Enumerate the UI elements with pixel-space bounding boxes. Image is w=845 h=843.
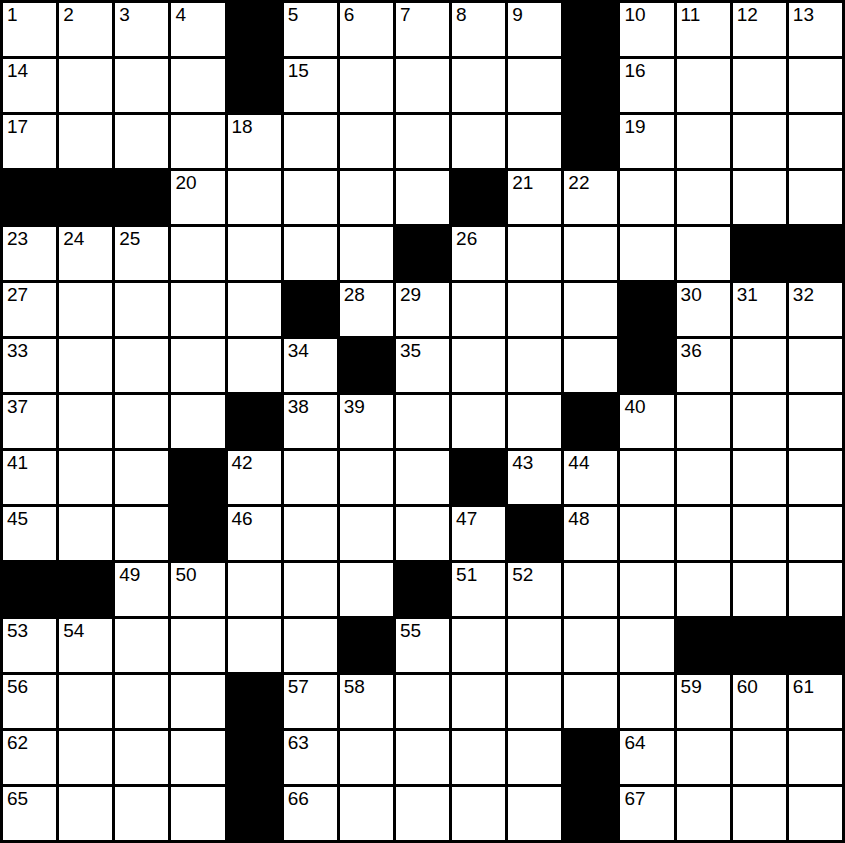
black-cell (396, 563, 449, 616)
grid-cell[interactable] (564, 283, 617, 336)
grid-cell[interactable] (733, 339, 786, 392)
grid-cell[interactable]: 51 (452, 563, 505, 616)
black-cell (171, 451, 224, 504)
clue-number: 41 (7, 452, 28, 474)
grid-cell[interactable] (452, 339, 505, 392)
black-cell (228, 3, 281, 56)
grid-cell[interactable] (396, 395, 449, 448)
grid-cell[interactable]: 62 (3, 731, 56, 784)
clue-number: 58 (344, 676, 365, 698)
grid-cell[interactable] (508, 115, 561, 168)
black-cell (620, 339, 673, 392)
grid-cell[interactable] (508, 283, 561, 336)
clue-number: 15 (288, 60, 309, 82)
grid-cell[interactable] (340, 115, 393, 168)
black-cell (228, 395, 281, 448)
grid-cell[interactable] (284, 563, 337, 616)
clue-number: 22 (568, 172, 589, 194)
grid-cell[interactable] (620, 619, 673, 672)
grid-cell[interactable] (115, 787, 168, 840)
grid-cell[interactable]: 64 (620, 731, 673, 784)
black-cell (396, 227, 449, 280)
grid-cell[interactable] (620, 451, 673, 504)
grid-cell[interactable]: 44 (564, 451, 617, 504)
clue-number: 13 (793, 4, 814, 26)
black-cell (3, 563, 56, 616)
grid-cell[interactable] (733, 507, 786, 560)
black-cell (171, 507, 224, 560)
black-cell (564, 731, 617, 784)
grid-cell[interactable]: 45 (3, 507, 56, 560)
clue-number: 38 (288, 396, 309, 418)
grid-cell[interactable]: 49 (115, 563, 168, 616)
clue-number: 4 (175, 4, 186, 26)
grid-cell[interactable]: 56 (3, 675, 56, 728)
grid-cell[interactable] (59, 507, 112, 560)
grid-cell[interactable] (789, 171, 842, 224)
grid-cell[interactable] (228, 227, 281, 280)
grid-cell[interactable] (620, 171, 673, 224)
grid-cell[interactable]: 52 (508, 563, 561, 616)
clue-number: 64 (624, 732, 645, 754)
grid-cell[interactable] (733, 59, 786, 112)
clue-number: 18 (232, 116, 253, 138)
clue-number: 33 (7, 340, 28, 362)
grid-cell[interactable] (789, 563, 842, 616)
black-cell (228, 675, 281, 728)
black-cell (340, 619, 393, 672)
grid-cell[interactable]: 65 (3, 787, 56, 840)
grid-cell[interactable]: 34 (284, 339, 337, 392)
black-cell (564, 395, 617, 448)
grid-cell[interactable]: 63 (284, 731, 337, 784)
grid-cell[interactable] (115, 115, 168, 168)
grid-cell[interactable]: 22 (564, 171, 617, 224)
grid-cell[interactable] (340, 731, 393, 784)
grid-cell[interactable]: 17 (3, 115, 56, 168)
clue-number: 14 (7, 60, 28, 82)
grid-cell[interactable] (564, 339, 617, 392)
grid-cell[interactable] (733, 563, 786, 616)
grid-cell[interactable]: 11 (677, 3, 730, 56)
grid-cell[interactable]: 54 (59, 619, 112, 672)
grid-cell[interactable] (396, 675, 449, 728)
grid-cell[interactable] (564, 619, 617, 672)
clue-number: 47 (456, 508, 477, 530)
grid-cell[interactable] (564, 227, 617, 280)
black-cell (59, 171, 112, 224)
black-cell (452, 451, 505, 504)
clue-number: 7 (400, 4, 411, 26)
grid-cell[interactable] (677, 507, 730, 560)
grid-cell[interactable] (171, 395, 224, 448)
grid-cell[interactable] (340, 59, 393, 112)
grid-cell[interactable]: 9 (508, 3, 561, 56)
grid-cell[interactable] (677, 395, 730, 448)
clue-number: 57 (288, 676, 309, 698)
clue-number: 20 (175, 172, 196, 194)
grid-cell[interactable] (620, 227, 673, 280)
black-cell (620, 283, 673, 336)
grid-cell[interactable]: 20 (171, 171, 224, 224)
clue-number: 27 (7, 284, 28, 306)
grid-cell[interactable] (677, 227, 730, 280)
grid-cell[interactable] (171, 283, 224, 336)
black-cell (733, 619, 786, 672)
clue-number: 10 (624, 4, 645, 26)
grid-cell[interactable] (452, 675, 505, 728)
grid-cell[interactable]: 60 (733, 675, 786, 728)
grid-cell[interactable] (396, 507, 449, 560)
grid-cell[interactable] (284, 619, 337, 672)
grid-cell[interactable]: 46 (228, 507, 281, 560)
grid-cell[interactable]: 29 (396, 283, 449, 336)
black-cell (115, 171, 168, 224)
grid-cell[interactable]: 3 (115, 3, 168, 56)
grid-cell[interactable]: 31 (733, 283, 786, 336)
grid-cell[interactable] (171, 675, 224, 728)
grid-cell[interactable]: 48 (564, 507, 617, 560)
clue-number: 25 (119, 228, 140, 250)
grid-cell[interactable]: 47 (452, 507, 505, 560)
grid-cell[interactable]: 38 (284, 395, 337, 448)
clue-number: 12 (737, 4, 758, 26)
grid-cell[interactable] (115, 507, 168, 560)
clue-number: 31 (737, 284, 758, 306)
black-cell (789, 227, 842, 280)
grid-cell[interactable] (677, 59, 730, 112)
grid-cell[interactable]: 61 (789, 675, 842, 728)
clue-number: 21 (512, 172, 533, 194)
grid-cell[interactable] (733, 395, 786, 448)
grid-cell[interactable] (452, 59, 505, 112)
grid-cell[interactable] (677, 731, 730, 784)
grid-cell[interactable] (59, 395, 112, 448)
black-cell (508, 507, 561, 560)
clue-number: 2 (63, 4, 74, 26)
grid-cell[interactable] (59, 787, 112, 840)
clue-number: 54 (63, 620, 84, 642)
grid-cell[interactable] (452, 787, 505, 840)
grid-cell[interactable] (171, 787, 224, 840)
grid-cell[interactable]: 15 (284, 59, 337, 112)
grid-cell[interactable] (115, 675, 168, 728)
grid-cell[interactable] (171, 227, 224, 280)
grid-cell[interactable] (340, 563, 393, 616)
grid-cell[interactable] (228, 619, 281, 672)
clue-number: 61 (793, 676, 814, 698)
grid-cell[interactable]: 1 (3, 3, 56, 56)
grid-cell[interactable]: 57 (284, 675, 337, 728)
clue-number: 8 (456, 4, 467, 26)
grid-cell[interactable]: 58 (340, 675, 393, 728)
grid-cell[interactable]: 53 (3, 619, 56, 672)
clue-number: 62 (7, 732, 28, 754)
clue-number: 35 (400, 340, 421, 362)
clue-number: 37 (7, 396, 28, 418)
grid-cell[interactable] (452, 731, 505, 784)
grid-cell[interactable] (733, 787, 786, 840)
black-cell (228, 787, 281, 840)
grid-cell[interactable] (452, 283, 505, 336)
grid-cell[interactable] (115, 619, 168, 672)
grid-cell[interactable] (340, 171, 393, 224)
grid-cell[interactable] (789, 731, 842, 784)
grid-cell[interactable] (396, 787, 449, 840)
black-cell (789, 619, 842, 672)
clue-number: 65 (7, 788, 28, 810)
grid-cell[interactable] (733, 171, 786, 224)
clue-number: 67 (624, 788, 645, 810)
grid-cell[interactable]: 28 (340, 283, 393, 336)
clue-number: 63 (288, 732, 309, 754)
grid-cell[interactable]: 59 (677, 675, 730, 728)
grid-cell[interactable] (396, 59, 449, 112)
grid-cell[interactable] (452, 115, 505, 168)
black-cell (284, 283, 337, 336)
grid-cell[interactable]: 30 (677, 283, 730, 336)
grid-cell[interactable]: 19 (620, 115, 673, 168)
grid-cell[interactable]: 21 (508, 171, 561, 224)
grid-cell[interactable]: 24 (59, 227, 112, 280)
clue-number: 34 (288, 340, 309, 362)
grid-cell[interactable] (171, 339, 224, 392)
grid-cell[interactable] (59, 283, 112, 336)
grid-cell[interactable]: 35 (396, 339, 449, 392)
grid-cell[interactable]: 37 (3, 395, 56, 448)
grid-cell[interactable] (228, 339, 281, 392)
clue-number: 53 (7, 620, 28, 642)
grid-cell[interactable] (789, 507, 842, 560)
grid-cell[interactable] (340, 507, 393, 560)
grid-cell[interactable] (677, 563, 730, 616)
grid-cell[interactable]: 39 (340, 395, 393, 448)
black-cell (564, 787, 617, 840)
black-cell (564, 3, 617, 56)
grid-cell[interactable]: 66 (284, 787, 337, 840)
clue-number: 55 (400, 620, 421, 642)
grid-cell[interactable] (789, 451, 842, 504)
clue-number: 59 (681, 676, 702, 698)
clue-number: 1 (7, 4, 18, 26)
clue-number: 28 (344, 284, 365, 306)
grid-cell[interactable] (452, 395, 505, 448)
clue-number: 3 (119, 4, 130, 26)
clue-number: 44 (568, 452, 589, 474)
clue-number: 56 (7, 676, 28, 698)
clue-number: 23 (7, 228, 28, 250)
grid-cell[interactable] (115, 59, 168, 112)
grid-cell[interactable] (789, 115, 842, 168)
clue-number: 39 (344, 396, 365, 418)
clue-number: 19 (624, 116, 645, 138)
grid-cell[interactable] (620, 507, 673, 560)
grid-cell[interactable] (171, 115, 224, 168)
grid-cell[interactable]: 25 (115, 227, 168, 280)
clue-number: 24 (63, 228, 84, 250)
clue-number: 48 (568, 508, 589, 530)
grid-cell[interactable]: 23 (3, 227, 56, 280)
grid-cell[interactable]: 32 (789, 283, 842, 336)
clue-number: 40 (624, 396, 645, 418)
grid-cell[interactable]: 18 (228, 115, 281, 168)
clue-number: 29 (400, 284, 421, 306)
grid-cell[interactable] (59, 451, 112, 504)
clue-number: 49 (119, 564, 140, 586)
grid-cell[interactable] (59, 115, 112, 168)
grid-cell[interactable] (508, 59, 561, 112)
grid-cell[interactable] (564, 563, 617, 616)
grid-cell[interactable] (171, 59, 224, 112)
grid-cell[interactable]: 4 (171, 3, 224, 56)
clue-number: 32 (793, 284, 814, 306)
clue-number: 46 (232, 508, 253, 530)
grid-cell[interactable] (228, 171, 281, 224)
grid-cell[interactable] (115, 283, 168, 336)
grid-cell[interactable]: 5 (284, 3, 337, 56)
grid-cell[interactable] (284, 451, 337, 504)
grid-cell[interactable] (789, 395, 842, 448)
clue-number: 66 (288, 788, 309, 810)
grid-cell[interactable] (564, 675, 617, 728)
black-cell (564, 115, 617, 168)
grid-cell[interactable]: 55 (396, 619, 449, 672)
grid-cell[interactable] (508, 395, 561, 448)
grid-cell[interactable] (115, 451, 168, 504)
grid-cell[interactable] (789, 59, 842, 112)
clue-number: 11 (681, 4, 701, 26)
grid-cell[interactable] (396, 171, 449, 224)
grid-cell[interactable] (115, 395, 168, 448)
grid-cell[interactable] (171, 619, 224, 672)
clue-number: 52 (512, 564, 533, 586)
grid-cell[interactable] (284, 507, 337, 560)
grid-cell[interactable] (228, 563, 281, 616)
grid-cell[interactable]: 13 (789, 3, 842, 56)
grid-cell[interactable] (284, 115, 337, 168)
grid-cell[interactable] (340, 451, 393, 504)
clue-number: 36 (681, 340, 702, 362)
grid-cell[interactable] (59, 339, 112, 392)
clue-number: 50 (175, 564, 196, 586)
grid-cell[interactable] (396, 115, 449, 168)
clue-number: 6 (344, 4, 355, 26)
grid-cell[interactable]: 36 (677, 339, 730, 392)
black-cell (3, 171, 56, 224)
grid-cell[interactable] (733, 731, 786, 784)
clue-number: 60 (737, 676, 758, 698)
grid-cell[interactable] (733, 115, 786, 168)
grid-cell[interactable]: 7 (396, 3, 449, 56)
grid-cell[interactable]: 40 (620, 395, 673, 448)
grid-cell[interactable] (789, 787, 842, 840)
black-cell (340, 339, 393, 392)
grid-cell[interactable]: 14 (3, 59, 56, 112)
grid-cell[interactable]: 33 (3, 339, 56, 392)
black-cell (677, 619, 730, 672)
grid-cell[interactable] (508, 619, 561, 672)
grid-cell[interactable] (508, 787, 561, 840)
grid-cell[interactable] (452, 619, 505, 672)
grid-cell[interactable]: 42 (228, 451, 281, 504)
grid-cell[interactable] (284, 171, 337, 224)
clue-number: 43 (512, 452, 533, 474)
grid-cell[interactable] (115, 339, 168, 392)
grid-cell[interactable] (171, 731, 224, 784)
black-cell (452, 171, 505, 224)
clue-number: 16 (624, 60, 645, 82)
black-cell (564, 59, 617, 112)
grid-cell[interactable] (677, 171, 730, 224)
grid-cell[interactable] (677, 451, 730, 504)
black-cell (228, 59, 281, 112)
clue-number: 45 (7, 508, 28, 530)
grid-cell[interactable]: 41 (3, 451, 56, 504)
grid-cell[interactable] (59, 731, 112, 784)
grid-cell[interactable] (677, 115, 730, 168)
grid-cell[interactable]: 16 (620, 59, 673, 112)
grid-cell[interactable] (59, 59, 112, 112)
grid-cell[interactable]: 43 (508, 451, 561, 504)
grid-cell[interactable] (59, 675, 112, 728)
grid-cell[interactable] (620, 675, 673, 728)
grid-cell[interactable] (508, 675, 561, 728)
grid-cell[interactable] (677, 787, 730, 840)
grid-cell[interactable] (284, 227, 337, 280)
grid-cell[interactable] (620, 563, 673, 616)
clue-number: 5 (288, 4, 299, 26)
grid-cell[interactable] (396, 451, 449, 504)
grid-cell[interactable] (228, 283, 281, 336)
black-cell (59, 563, 112, 616)
grid-cell[interactable]: 50 (171, 563, 224, 616)
clue-number: 9 (512, 4, 523, 26)
grid-cell[interactable]: 2 (59, 3, 112, 56)
grid-cell[interactable]: 26 (452, 227, 505, 280)
grid-cell[interactable]: 8 (452, 3, 505, 56)
grid-cell[interactable] (789, 339, 842, 392)
crossword-grid: 1234567891011121314151617181920212223242… (0, 0, 845, 843)
grid-cell[interactable] (508, 731, 561, 784)
grid-cell[interactable] (340, 787, 393, 840)
black-cell (733, 227, 786, 280)
grid-cell[interactable] (396, 731, 449, 784)
grid-cell[interactable] (115, 731, 168, 784)
grid-cell[interactable]: 6 (340, 3, 393, 56)
clue-number: 42 (232, 452, 253, 474)
clue-number: 51 (456, 564, 477, 586)
grid-cell[interactable] (340, 227, 393, 280)
clue-number: 30 (681, 284, 702, 306)
clue-number: 26 (456, 228, 477, 250)
grid-cell[interactable]: 67 (620, 787, 673, 840)
grid-cell[interactable]: 27 (3, 283, 56, 336)
black-cell (228, 731, 281, 784)
grid-cell[interactable]: 12 (733, 3, 786, 56)
grid-cell[interactable]: 10 (620, 3, 673, 56)
grid-cell[interactable] (508, 227, 561, 280)
grid-cell[interactable] (508, 339, 561, 392)
clue-number: 17 (7, 116, 28, 138)
grid-cell[interactable] (733, 451, 786, 504)
